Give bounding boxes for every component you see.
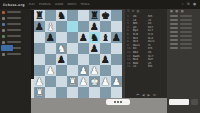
menu-item-learn[interactable]: LEARN [55, 3, 64, 6]
square-d5[interactable] [67, 43, 78, 54]
move-controls: ⏮ ◀ ▶ ⏭ [125, 94, 167, 97]
right-panel-rows [167, 14, 200, 50]
sidebar-item-label [7, 29, 21, 31]
white-n-piece: ♞ [56, 43, 67, 54]
sidebar-item-icon [2, 35, 5, 38]
white-p-piece: ♟ [111, 76, 122, 87]
settings-icon[interactable]: ⚙ [187, 3, 190, 7]
square-a2[interactable]: ♟ [34, 76, 45, 87]
square-a8[interactable]: ♜ [34, 10, 45, 21]
white-p-piece: ♟ [78, 65, 89, 76]
row-value [180, 39, 192, 41]
square-h6[interactable]: ♟ [111, 32, 122, 43]
square-f2[interactable]: ♚ [89, 76, 100, 87]
square-a6[interactable] [34, 32, 45, 43]
square-e2[interactable]: ♟ [78, 76, 89, 87]
row-text [170, 39, 178, 41]
square-d3[interactable] [67, 65, 78, 76]
chart-icon[interactable]: ■ [170, 10, 173, 13]
black-n-piece: ♞ [56, 10, 67, 21]
black-r-piece: ♜ [89, 10, 100, 21]
dot-icon [120, 101, 122, 103]
black-r-piece: ♜ [34, 10, 45, 21]
right-panel-button[interactable] [191, 99, 198, 105]
square-a3[interactable] [34, 65, 45, 76]
sidebar-item-icon [2, 29, 5, 32]
square-h5[interactable] [111, 43, 122, 54]
sidebar-item-icon [2, 41, 5, 44]
square-e1[interactable] [78, 87, 89, 98]
square-d4[interactable] [67, 54, 78, 65]
black-p-piece: ♟ [89, 43, 100, 54]
square-h3[interactable] [111, 65, 122, 76]
gear-icon[interactable]: ⚙ [132, 10, 135, 13]
sidebar-item-icon [2, 11, 5, 14]
square-f1[interactable] [89, 87, 100, 98]
black-p-piece: ♟ [78, 32, 89, 43]
menu-item-tools[interactable]: TOOLS [81, 3, 90, 6]
square-d6[interactable] [67, 32, 78, 43]
square-b3[interactable]: ♟ [45, 65, 56, 76]
square-e5[interactable] [78, 43, 89, 54]
square-c4[interactable]: ♟ [56, 54, 67, 65]
row-value [180, 35, 192, 37]
white-p-piece: ♟ [100, 76, 111, 87]
black-k-piece: ♚ [100, 10, 111, 21]
menu-item-play[interactable]: PLAY [29, 3, 35, 6]
row-value [180, 19, 192, 21]
square-f4[interactable] [89, 54, 100, 65]
square-d8[interactable] [67, 10, 78, 21]
square-e8[interactable] [78, 10, 89, 21]
square-f7[interactable]: ♟ [89, 21, 100, 32]
square-a5[interactable] [34, 43, 45, 54]
under-board-menu-button[interactable] [106, 99, 130, 105]
menu-item-puzzles[interactable]: PUZZLES [39, 3, 51, 6]
square-c8[interactable]: ♞ [56, 10, 67, 21]
lichess-logo[interactable]: lichess.org [3, 3, 25, 7]
square-f5[interactable]: ♟ [89, 43, 100, 54]
square-c3[interactable] [56, 65, 67, 76]
row-value [180, 31, 192, 33]
square-d1[interactable] [67, 87, 78, 98]
under-board-bar [31, 98, 167, 113]
square-c5[interactable]: ♞ [56, 43, 67, 54]
user-icon[interactable]: ● [193, 3, 196, 7]
row-value [180, 47, 192, 49]
white-r-piece: ♜ [67, 76, 78, 87]
square-b6[interactable]: ♟ [45, 32, 56, 43]
square-a4[interactable] [34, 54, 45, 65]
black-p-piece: ♟ [111, 32, 122, 43]
square-c1[interactable] [56, 87, 67, 98]
first-icon[interactable]: ⏮ [136, 94, 139, 97]
row-text [170, 31, 178, 33]
row-text [170, 43, 178, 45]
black-p-piece: ♟ [56, 54, 67, 65]
right-panel-row[interactable] [167, 46, 200, 50]
square-h4[interactable] [111, 54, 122, 65]
square-e3[interactable]: ♟ [78, 65, 89, 76]
square-e6[interactable]: ♟ [78, 32, 89, 43]
square-b5[interactable] [45, 43, 56, 54]
right-side-panel: ■ ■ ■ [167, 9, 200, 113]
white-r-piece: ♜ [34, 87, 45, 98]
sidebar-item-label [7, 53, 21, 55]
last-icon[interactable]: ⏭ [153, 94, 156, 97]
square-e7[interactable] [78, 21, 89, 32]
row-text [170, 15, 178, 17]
row-value [180, 15, 192, 17]
square-b4[interactable] [45, 54, 56, 65]
white-k-piece: ♚ [89, 76, 100, 87]
square-a1[interactable]: ♜ [34, 87, 45, 98]
black-p-piece: ♟ [45, 32, 56, 43]
white-p-piece: ♟ [34, 76, 45, 87]
sidebar-item-tab-8[interactable] [0, 51, 31, 57]
dot-icon [114, 101, 116, 103]
row-text [170, 27, 178, 29]
white-move[interactable]: e3 [133, 65, 148, 69]
white-p-piece: ♟ [89, 65, 100, 76]
sidebar-item-icon [2, 17, 5, 20]
square-d2[interactable]: ♜ [67, 76, 78, 87]
menu-item-watch[interactable]: WATCH [67, 3, 76, 6]
square-f8[interactable]: ♜ [89, 10, 100, 21]
square-h2[interactable]: ♟ [111, 76, 122, 87]
sidebar-item-icon [2, 53, 5, 56]
white-p-piece: ♟ [45, 65, 56, 76]
square-g5[interactable] [100, 43, 111, 54]
top-header: lichess.org PLAY PUZZLES LEARN WATCH TOO… [0, 0, 200, 9]
row-text [170, 19, 178, 21]
next-icon[interactable]: ▶ [148, 94, 150, 97]
sidebar-item-icon [2, 23, 5, 26]
row-text [170, 23, 178, 25]
list-icon[interactable]: ☰ [127, 10, 130, 13]
clock-icon[interactable]: ■ [175, 10, 178, 13]
dot-icon [117, 101, 119, 103]
square-f6[interactable]: ♞ [89, 32, 100, 43]
black-p-piece: ♟ [89, 21, 100, 32]
square-h7[interactable] [111, 21, 122, 32]
right-panel-input[interactable] [169, 99, 189, 105]
square-c6[interactable] [56, 32, 67, 43]
sidebar-item-label [7, 17, 21, 19]
square-h1[interactable] [111, 87, 122, 98]
square-a7[interactable]: ♟ [34, 21, 45, 32]
square-g2[interactable]: ♟ [100, 76, 111, 87]
search-icon[interactable]: ⌕ [182, 3, 184, 7]
chess-board[interactable]: ♜♞♜♚♟♝♟♟♟♞♝♟♞♟♟♟♟♟♟♟♜♟♚♟♟♜ [34, 10, 122, 98]
black-move[interactable]: Nf6 [148, 65, 153, 69]
black-p-piece: ♟ [100, 54, 111, 65]
sidebar-item-label [7, 23, 21, 25]
black-n-piece: ♞ [89, 32, 100, 43]
square-g6[interactable]: ♝ [100, 32, 111, 43]
square-c2[interactable] [56, 76, 67, 87]
move-list-panel: ☰ ⚙ ▤ 1.d4Nf62.c4e63.Nf3b64.g3Bb75.Bg2Be… [125, 9, 167, 98]
square-b8[interactable] [45, 10, 56, 21]
square-d7[interactable] [67, 21, 78, 32]
black-b-piece: ♝ [100, 32, 111, 43]
row-value [180, 23, 192, 25]
left-sidebar [0, 9, 31, 113]
square-g1[interactable] [100, 87, 111, 98]
square-g4[interactable]: ♟ [100, 54, 111, 65]
row-text [170, 47, 178, 49]
square-g7[interactable] [100, 21, 111, 32]
square-g3[interactable] [100, 65, 111, 76]
chat-icon[interactable]: ■ [181, 10, 184, 13]
move-list[interactable]: 1.d4Nf62.c4e63.Nf3b64.g3Bb75.Bg2Be76.O-O… [125, 14, 167, 70]
square-b2[interactable] [45, 76, 56, 87]
row-text [170, 35, 178, 37]
prev-icon[interactable]: ◀ [142, 94, 144, 97]
row-value [180, 43, 192, 45]
square-b7[interactable]: ♝ [45, 21, 56, 32]
square-h8[interactable] [111, 10, 122, 21]
white-b-piece: ♝ [45, 21, 56, 32]
move-row[interactable]: 15.e3Nf6 [127, 65, 165, 69]
row-value [180, 27, 192, 29]
black-p-piece: ♟ [34, 21, 45, 32]
square-g8[interactable]: ♚ [100, 10, 111, 21]
square-b1[interactable] [45, 87, 56, 98]
sidebar-item-label [7, 41, 21, 43]
square-e4[interactable] [78, 54, 89, 65]
white-p-piece: ♟ [78, 76, 89, 87]
sidebar-item-label [7, 11, 21, 13]
square-f3[interactable]: ♟ [89, 65, 100, 76]
book-icon[interactable]: ▤ [136, 10, 139, 13]
square-c7[interactable] [56, 21, 67, 32]
sidebar-item-label [7, 35, 21, 37]
